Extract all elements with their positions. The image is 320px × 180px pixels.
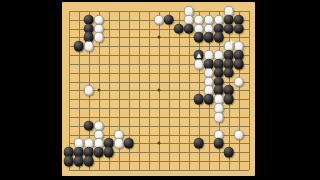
grid-line-horizontal xyxy=(69,170,249,171)
grid-line-vertical xyxy=(169,11,170,170)
white-stone xyxy=(233,76,244,87)
black-stone xyxy=(173,23,184,34)
hoshi-dot xyxy=(97,89,100,92)
black-stone xyxy=(213,32,224,43)
black-stone xyxy=(83,156,94,167)
black-stone xyxy=(73,41,84,52)
grid-line-vertical xyxy=(189,11,190,170)
white-stone xyxy=(83,85,94,96)
black-stone xyxy=(203,94,214,105)
black-stone xyxy=(93,147,104,158)
black-stone xyxy=(103,147,114,158)
black-stone xyxy=(233,23,244,34)
black-stone xyxy=(193,32,204,43)
white-stone xyxy=(213,112,224,123)
hoshi-dot xyxy=(157,36,160,39)
grid-line-vertical xyxy=(179,11,180,170)
black-stone xyxy=(223,68,234,79)
white-stone xyxy=(233,129,244,140)
black-stone xyxy=(233,59,244,70)
white-stone xyxy=(93,32,104,43)
hoshi-dot xyxy=(157,89,160,92)
black-stone xyxy=(83,121,94,132)
black-stone xyxy=(193,94,204,105)
grid-line-horizontal xyxy=(69,161,249,162)
black-stone xyxy=(123,138,134,149)
black-stone xyxy=(223,23,234,34)
grid-line-vertical xyxy=(239,11,240,170)
black-stone xyxy=(163,15,174,26)
white-stone xyxy=(113,138,124,149)
black-stone xyxy=(63,156,74,167)
hoshi-dot xyxy=(157,142,160,145)
white-stone xyxy=(153,15,164,26)
black-stone xyxy=(183,23,194,34)
grid-line-vertical xyxy=(249,11,250,170)
black-stone xyxy=(193,138,204,149)
white-stone xyxy=(83,41,94,52)
black-stone xyxy=(73,156,84,167)
black-stone xyxy=(223,147,234,158)
screenshot-stage: ✦▲ xyxy=(0,0,320,180)
black-stone xyxy=(213,138,224,149)
white-stone xyxy=(193,59,204,70)
black-stone xyxy=(203,32,214,43)
black-stone xyxy=(223,94,234,105)
go-board[interactable]: ✦▲ xyxy=(62,2,255,176)
